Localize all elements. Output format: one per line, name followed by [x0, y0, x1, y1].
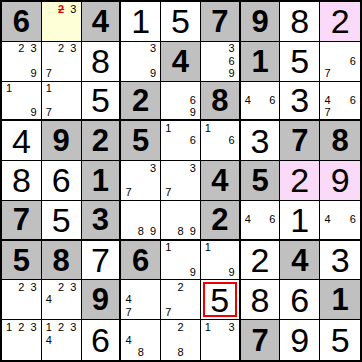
pencil-marks: 46: [242, 83, 279, 119]
given-digit: 8: [331, 125, 348, 156]
cell-r1c9[interactable]: 2: [320, 2, 360, 42]
cell-r2c9[interactable]: 67: [320, 42, 360, 82]
cell-r6c1[interactable]: 7: [2, 201, 42, 241]
given-digit: 7: [251, 325, 268, 356]
cell-r7c1[interactable]: 5: [2, 241, 42, 281]
cell-r4c9[interactable]: 8: [320, 121, 360, 161]
pencil-marks: 13: [202, 321, 238, 359]
candidate: 7: [43, 67, 55, 79]
given-digit: 6: [13, 6, 30, 37]
pencil-marks: 369: [202, 43, 238, 80]
cell-r6c6[interactable]: 2: [201, 201, 241, 241]
pencil-marks: 239: [3, 43, 40, 80]
candidate: 9: [226, 266, 238, 278]
given-digit: 2: [92, 125, 109, 156]
candidate: 3: [67, 43, 79, 55]
cell-r8c3[interactable]: 9: [82, 280, 122, 320]
cell-r3c5[interactable]: 69: [161, 82, 201, 122]
candidate: 4: [242, 214, 254, 226]
candidate: 1: [43, 321, 55, 334]
solved-digit: 4: [12, 124, 31, 158]
cell-r3c6[interactable]: 8: [201, 82, 241, 122]
cell-r7c5[interactable]: 19: [161, 241, 201, 281]
cell-r3c8[interactable]: 3: [280, 82, 320, 122]
solved-digit: 2: [331, 4, 350, 38]
cell-r9c1[interactable]: 123: [2, 320, 42, 360]
candidate: 2: [174, 281, 186, 293]
cell-r7c9[interactable]: 3: [320, 241, 360, 281]
cell-r1c1[interactable]: 6: [2, 2, 42, 42]
candidate: 2: [15, 321, 27, 334]
pencil-marks: 19: [162, 242, 199, 279]
solved-digit: 2: [251, 243, 270, 277]
cell-r8c1[interactable]: 23: [2, 280, 42, 320]
given-digit: 7: [291, 125, 308, 156]
given-digit: 4: [92, 6, 109, 37]
candidate: 4: [122, 294, 134, 306]
candidate: 3: [28, 281, 40, 293]
cell-r2c5[interactable]: 4: [161, 42, 201, 82]
given-digit: 5: [251, 165, 268, 196]
pencil-marks: 467: [321, 83, 359, 119]
cell-r9c8[interactable]: 9: [280, 320, 320, 360]
candidate: 3: [187, 162, 199, 174]
cell-r2c2[interactable]: 237: [42, 42, 82, 82]
candidate: 4: [242, 94, 254, 106]
cell-r8c8[interactable]: 6: [280, 280, 320, 320]
cell-r8c2[interactable]: 234: [42, 280, 82, 320]
candidate: 1: [162, 242, 174, 254]
cell-r1c7[interactable]: 9: [241, 2, 281, 42]
given-digit: 7: [13, 204, 30, 235]
cell-r3c3[interactable]: 5: [82, 82, 122, 122]
candidate: 6: [226, 135, 238, 147]
cell-r2c4[interactable]: 39: [121, 42, 161, 82]
solved-digit: 5: [91, 83, 110, 117]
given-digit: 2: [211, 204, 228, 235]
cell-r4c8[interactable]: 7: [280, 121, 320, 161]
candidate: 3: [28, 321, 40, 334]
cell-r3c9[interactable]: 467: [320, 82, 360, 122]
pencil-marks: 19: [3, 83, 40, 119]
given-digit: 4: [291, 245, 308, 276]
given-digit: 1: [251, 46, 268, 77]
candidate: 7: [122, 187, 134, 199]
pencil-marks: 39: [122, 43, 159, 80]
candidate: 1: [202, 242, 214, 254]
cell-r4c1[interactable]: 4: [2, 121, 42, 161]
given-digit: 9: [53, 125, 70, 156]
given-digit: 1: [331, 284, 348, 315]
given-digit: 7: [211, 6, 228, 37]
candidate: 7: [122, 306, 134, 318]
given-digit: 1: [92, 165, 109, 196]
pencil-marks: 123: [3, 321, 40, 359]
solved-digit: 3: [290, 83, 309, 117]
candidate: 2: [15, 43, 27, 55]
candidate: 4: [321, 214, 334, 226]
candidate: 2: [174, 321, 186, 334]
cell-r6c8[interactable]: 1: [280, 201, 320, 241]
pencil-marks: 48: [122, 321, 159, 359]
given-digit: 5: [132, 125, 149, 156]
solved-digit: 6: [52, 163, 71, 197]
solved-digit: 8: [91, 44, 110, 78]
candidate: 9: [147, 226, 159, 238]
cell-r6c5[interactable]: 89: [161, 201, 201, 241]
solved-digit: 1: [290, 203, 309, 237]
cell-r2c3[interactable]: 8: [82, 42, 122, 82]
solved-digit: 5: [331, 323, 350, 357]
cell-r2c6[interactable]: 369: [201, 42, 241, 82]
given-digit: 5: [13, 245, 30, 276]
solved-digit: 8: [251, 283, 270, 317]
candidate: 9: [187, 106, 199, 118]
cell-r3c1[interactable]: 19: [2, 82, 42, 122]
pencil-marks: 17: [43, 83, 80, 119]
candidate: 6: [187, 94, 199, 106]
cell-r5c9[interactable]: 9: [320, 161, 360, 201]
candidate: 6: [346, 214, 359, 226]
candidate: 3: [226, 43, 238, 55]
cell-r4c2[interactable]: 9: [42, 121, 82, 161]
cell-r5c5[interactable]: 37: [161, 161, 201, 201]
cell-r9c9[interactable]: 5: [320, 320, 360, 360]
candidate: 6: [226, 55, 238, 67]
pencil-marks: 47: [122, 281, 159, 318]
candidate: 9: [28, 67, 40, 79]
pencil-marks: 23: [3, 281, 40, 318]
pencil-marks: 16: [202, 122, 238, 159]
candidate: 8: [174, 226, 186, 238]
candidate: 7: [162, 306, 174, 318]
candidate: 9: [28, 106, 40, 118]
solved-digit: 6: [290, 283, 309, 317]
candidate: 4: [43, 334, 55, 347]
cell-r1c5[interactable]: 5: [161, 2, 201, 42]
pencil-marks: 237: [43, 43, 80, 80]
cell-r1c4[interactable]: 1: [121, 2, 161, 42]
cell-r5c8[interactable]: 2: [280, 161, 320, 201]
candidate: 9: [147, 67, 159, 79]
candidate: 6: [346, 55, 359, 67]
candidate: 1: [162, 122, 174, 134]
candidate: 6: [266, 94, 278, 106]
candidate: 3: [28, 43, 40, 55]
cell-r1c3[interactable]: 4: [82, 2, 122, 42]
candidate: 7: [321, 106, 334, 118]
cell-r9c3[interactable]: 6: [82, 320, 122, 360]
pencil-marks: 23: [43, 3, 80, 40]
cell-r5c3[interactable]: 1: [82, 161, 122, 201]
cell-r7c6[interactable]: 19: [201, 241, 241, 281]
cell-r7c2[interactable]: 8: [42, 241, 82, 281]
cell-r3c7[interactable]: 46: [241, 82, 281, 122]
cell-r9c4[interactable]: 48: [121, 320, 161, 360]
pencil-marks: 16: [162, 122, 199, 159]
pencil-marks: 89: [162, 202, 199, 238]
cell-r3c4[interactable]: 2: [121, 82, 161, 122]
candidate: 2: [55, 43, 67, 55]
solved-digit: 2: [290, 163, 309, 197]
cell-r4c5[interactable]: 16: [161, 121, 201, 161]
candidate: 3: [226, 321, 238, 334]
solved-digit: 6: [91, 323, 110, 357]
cell-r4c3[interactable]: 2: [82, 121, 122, 161]
cell-r8c7[interactable]: 8: [241, 280, 281, 320]
solved-digit: 5: [171, 4, 190, 38]
cell-r4c7[interactable]: 3: [241, 121, 281, 161]
given-digit: 2: [132, 85, 149, 116]
candidate: 9: [187, 226, 199, 238]
candidate: 9: [187, 266, 199, 278]
cell-r8c9[interactable]: 1: [320, 280, 360, 320]
given-digit: 8: [211, 85, 228, 116]
cell-r1c2[interactable]: 23: [42, 2, 82, 42]
cell-r9c2[interactable]: 1234: [42, 320, 82, 360]
pencil-marks: 27: [162, 281, 199, 318]
solved-digit: 1: [131, 4, 150, 38]
sudoku-board: 6234157982239237839436915671917526984634…: [0, 0, 362, 362]
cell-r8c5[interactable]: 27: [161, 280, 201, 320]
cell-r7c4[interactable]: 6: [121, 241, 161, 281]
cell-r5c2[interactable]: 6: [42, 161, 82, 201]
cell-r5c6[interactable]: 4: [201, 161, 241, 201]
candidate: 8: [135, 346, 147, 359]
candidate: 4: [321, 94, 334, 106]
pencil-marks: 234: [43, 281, 80, 318]
pencil-marks: 89: [122, 202, 159, 238]
given-digit: 9: [251, 6, 268, 37]
candidate: 6: [266, 214, 278, 226]
solved-digit: 3: [251, 124, 270, 158]
candidate: 3: [147, 162, 159, 174]
given-digit: 8: [53, 245, 70, 276]
cell-r7c7[interactable]: 2: [241, 241, 281, 281]
candidate: 8: [135, 226, 147, 238]
candidate: 3: [67, 281, 79, 293]
cell-r7c8[interactable]: 4: [280, 241, 320, 281]
solved-digit: 5: [290, 44, 309, 78]
candidate: 3: [67, 321, 79, 334]
pencil-marks: 67: [321, 43, 359, 80]
solved-digit: 8: [12, 163, 31, 197]
pencil-marks: 69: [162, 83, 199, 119]
cell-r8c4[interactable]: 47: [121, 280, 161, 320]
candidate: 2: [55, 321, 67, 334]
solved-digit: 5: [210, 283, 229, 317]
candidate-eliminated: 2: [55, 3, 67, 15]
given-digit: 6: [132, 245, 149, 276]
candidate: 7: [162, 187, 174, 199]
cell-r2c8[interactable]: 5: [280, 42, 320, 82]
cell-r5c1[interactable]: 8: [2, 161, 42, 201]
cell-r1c8[interactable]: 8: [280, 2, 320, 42]
cell-r9c5[interactable]: 28: [161, 320, 201, 360]
cell-r8c6[interactable]: 5: [201, 280, 241, 320]
given-digit: 3: [92, 204, 109, 235]
candidate: 4: [43, 294, 55, 306]
pencil-marks: 37: [162, 162, 199, 199]
pencil-marks: 19: [202, 242, 238, 279]
candidate: 4: [122, 334, 134, 347]
cell-r6c3[interactable]: 3: [82, 201, 122, 241]
cell-r9c7[interactable]: 7: [241, 320, 281, 360]
cell-r2c1[interactable]: 239: [2, 42, 42, 82]
candidate: 6: [187, 135, 199, 147]
cell-r1c6[interactable]: 7: [201, 2, 241, 42]
candidate: 1: [3, 83, 15, 95]
cell-r4c4[interactable]: 5: [121, 121, 161, 161]
cell-r6c9[interactable]: 46: [320, 201, 360, 241]
solved-digit: 5: [52, 203, 71, 237]
pencil-marks: 46: [321, 202, 359, 238]
cell-r9c6[interactable]: 13: [201, 320, 241, 360]
candidate: 6: [346, 94, 359, 106]
cell-r6c7[interactable]: 46: [241, 201, 281, 241]
candidate: 1: [43, 83, 55, 95]
given-digit: 4: [211, 165, 228, 196]
solved-digit: 3: [331, 243, 350, 277]
candidate: 7: [43, 106, 55, 118]
solved-digit: 7: [91, 243, 110, 277]
candidate: 1: [202, 321, 214, 334]
pencil-marks: 28: [162, 321, 199, 359]
given-digit: 4: [172, 46, 189, 77]
given-digit: 9: [92, 284, 109, 315]
candidate: 8: [174, 346, 186, 359]
cell-r6c2[interactable]: 5: [42, 201, 82, 241]
solved-digit: 8: [290, 4, 309, 38]
cell-r6c4[interactable]: 89: [121, 201, 161, 241]
cell-r5c7[interactable]: 5: [241, 161, 281, 201]
candidate: 9: [226, 67, 238, 79]
candidate: 2: [15, 281, 27, 293]
candidate: 7: [321, 67, 334, 79]
cell-r4c6[interactable]: 16: [201, 121, 241, 161]
cell-r5c4[interactable]: 37: [121, 161, 161, 201]
pencil-marks: 1234: [43, 321, 80, 359]
candidate: 3: [67, 3, 79, 15]
solved-digit: 9: [331, 163, 350, 197]
cell-r2c7[interactable]: 1: [241, 42, 281, 82]
candidate: 2: [55, 281, 67, 293]
candidate: 1: [3, 321, 15, 334]
cell-r7c3[interactable]: 7: [82, 241, 122, 281]
pencil-marks: 37: [122, 162, 159, 199]
pencil-marks: 46: [242, 202, 279, 238]
candidate: 3: [147, 43, 159, 55]
cell-r3c2[interactable]: 17: [42, 82, 82, 122]
candidate: 1: [202, 122, 214, 134]
solved-digit: 9: [290, 323, 309, 357]
